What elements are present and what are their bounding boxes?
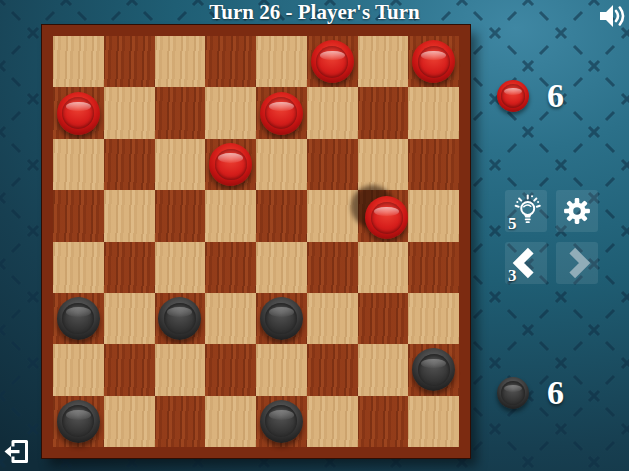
square-r5c1[interactable] [104,293,155,344]
square-r5c0[interactable] [53,293,104,344]
square-r5c5[interactable] [307,293,358,344]
square-r7c3[interactable] [205,396,256,447]
undo-button[interactable]: 3 [505,242,547,284]
red-piece[interactable] [412,40,455,83]
square-r4c6[interactable] [358,242,409,293]
square-r0c5[interactable] [307,36,358,87]
square-r4c1[interactable] [104,242,155,293]
red-piece[interactable] [260,92,303,135]
square-r7c6[interactable] [358,396,409,447]
square-r5c4[interactable] [256,293,307,344]
square-r3c5[interactable] [307,190,358,241]
square-r3c1[interactable] [104,190,155,241]
speaker-icon [598,2,626,30]
square-r1c1[interactable] [104,87,155,138]
red-piece[interactable] [209,143,252,186]
square-r1c5[interactable] [307,87,358,138]
exit-button[interactable] [4,436,30,467]
square-r2c6[interactable] [358,139,409,190]
settings-gear-icon [559,193,595,229]
square-r2c7[interactable] [408,139,459,190]
square-r3c0[interactable] [53,190,104,241]
square-r6c2[interactable] [155,344,206,395]
undo-count: 3 [508,267,517,284]
control-buttons: 5 [505,190,598,284]
square-r3c7[interactable] [408,190,459,241]
square-r7c4[interactable] [256,396,307,447]
red-piece-counter: 6 [497,80,564,112]
board [53,36,459,447]
square-r6c1[interactable] [104,344,155,395]
black-piece[interactable] [158,297,201,340]
square-r0c3[interactable] [205,36,256,87]
red-piece[interactable] [311,40,354,83]
turn-status-title: Turn 26 - Player's Turn [0,0,629,25]
black-count: 6 [547,377,564,409]
square-r0c7[interactable] [408,36,459,87]
square-r0c1[interactable] [104,36,155,87]
settings-button[interactable] [556,190,598,232]
square-r4c4[interactable] [256,242,307,293]
black-counter-piece-icon [497,377,529,409]
square-r2c5[interactable] [307,139,358,190]
red-count: 6 [547,80,564,112]
square-r7c2[interactable] [155,396,206,447]
square-r2c1[interactable] [104,139,155,190]
square-r1c2[interactable] [155,87,206,138]
square-r0c2[interactable] [155,36,206,87]
game-screen: Turn 26 - Player's Turn 6 [0,0,629,471]
square-r6c7[interactable] [408,344,459,395]
square-r2c4[interactable] [256,139,307,190]
redo-button[interactable] [556,242,598,284]
exit-icon [4,436,30,467]
black-piece[interactable] [260,400,303,443]
hint-count: 5 [508,215,517,232]
square-r7c5[interactable] [307,396,358,447]
square-r1c6[interactable] [358,87,409,138]
square-r5c3[interactable] [205,293,256,344]
square-r7c1[interactable] [104,396,155,447]
square-r1c7[interactable] [408,87,459,138]
red-piece[interactable] [57,92,100,135]
square-r6c3[interactable] [205,344,256,395]
square-r4c5[interactable] [307,242,358,293]
square-r0c0[interactable] [53,36,104,87]
square-r4c3[interactable] [205,242,256,293]
square-r5c7[interactable] [408,293,459,344]
red-counter-piece-icon [497,80,529,112]
hint-button[interactable]: 5 [505,190,547,232]
square-r1c3[interactable] [205,87,256,138]
black-piece-counter: 6 [497,377,564,409]
sound-button[interactable] [598,2,626,30]
square-r7c0[interactable] [53,396,104,447]
square-r2c3[interactable] [205,139,256,190]
square-r0c6[interactable] [358,36,409,87]
redo-chevron-icon [558,244,596,282]
square-r6c0[interactable] [53,344,104,395]
square-r1c4[interactable] [256,87,307,138]
square-r4c7[interactable] [408,242,459,293]
square-r4c2[interactable] [155,242,206,293]
square-r6c5[interactable] [307,344,358,395]
square-r2c0[interactable] [53,139,104,190]
square-r0c4[interactable] [256,36,307,87]
square-r3c2[interactable] [155,190,206,241]
black-piece[interactable] [57,400,100,443]
square-r6c6[interactable] [358,344,409,395]
square-r5c6[interactable] [358,293,409,344]
black-piece[interactable] [412,348,455,391]
square-r7c7[interactable] [408,396,459,447]
red-piece[interactable] [365,196,408,239]
square-r2c2[interactable] [155,139,206,190]
square-r3c3[interactable] [205,190,256,241]
black-piece[interactable] [57,297,100,340]
square-r3c6[interactable] [358,190,409,241]
board-frame [42,25,470,458]
square-r1c0[interactable] [53,87,104,138]
square-r3c4[interactable] [256,190,307,241]
square-r5c2[interactable] [155,293,206,344]
square-r4c0[interactable] [53,242,104,293]
square-r6c4[interactable] [256,344,307,395]
black-piece[interactable] [260,297,303,340]
